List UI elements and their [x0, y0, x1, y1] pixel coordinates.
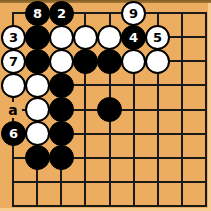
white-stone — [25, 121, 50, 146]
white-stone-7: 7 — [1, 49, 26, 74]
white-stone — [25, 97, 50, 122]
white-stone — [49, 25, 74, 50]
black-stone — [49, 145, 74, 170]
white-stone-3: 3 — [1, 25, 26, 50]
white-stone — [121, 49, 146, 74]
white-stone — [49, 49, 74, 74]
go-board: 82934576a — [0, 0, 211, 211]
grid-horizontal-line — [12, 205, 207, 207]
black-stone — [25, 49, 50, 74]
black-stone — [25, 25, 50, 50]
black-stone-4: 4 — [121, 25, 146, 50]
black-stone — [73, 49, 98, 74]
white-stone — [25, 73, 50, 98]
board-right-edge — [208, 3, 211, 211]
black-stone — [97, 49, 122, 74]
white-stone — [97, 25, 122, 50]
black-stone — [97, 97, 122, 122]
white-stone-9: 9 — [121, 1, 146, 26]
point-label-a: a — [4, 102, 22, 118]
board-bottom-edge — [0, 208, 211, 211]
white-stone-5: 5 — [145, 25, 170, 50]
black-stone-8: 8 — [25, 1, 50, 26]
grid-horizontal-line — [12, 181, 207, 183]
white-stone — [145, 49, 170, 74]
white-stone — [73, 25, 98, 50]
white-stone — [1, 73, 26, 98]
black-stone-6: 6 — [1, 121, 26, 146]
black-stone — [49, 73, 74, 98]
black-stone-2: 2 — [49, 1, 74, 26]
black-stone — [25, 145, 50, 170]
black-stone — [49, 121, 74, 146]
black-stone — [49, 97, 74, 122]
